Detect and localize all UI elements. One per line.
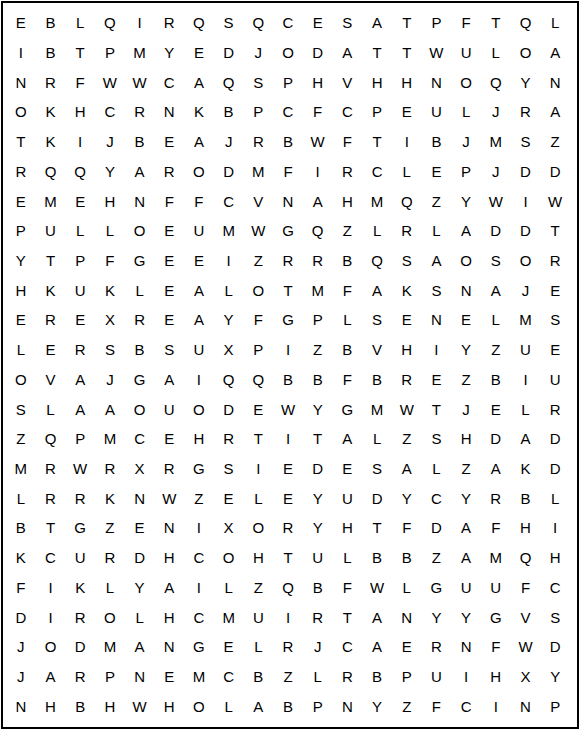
cell-r9c12[interactable]: B [333,246,363,276]
cell-r22c3[interactable]: D [65,632,95,662]
cell-r5c8[interactable]: J [214,127,244,157]
cell-r24c7[interactable]: O [184,691,214,721]
cell-r22c12[interactable]: C [333,632,363,662]
cell-r17c13[interactable]: D [362,483,392,513]
cell-r15c19[interactable]: D [540,424,570,454]
cell-r14c9[interactable]: E [243,394,273,424]
cell-r22c13[interactable]: A [362,632,392,662]
cell-r10c8[interactable]: L [214,275,244,305]
cell-r7c3[interactable]: E [65,186,95,216]
cell-r22c15[interactable]: R [422,632,452,662]
cell-r6c17[interactable]: J [481,157,511,187]
cell-r2c8[interactable]: D [214,38,244,68]
cell-r17c16[interactable]: Y [451,483,481,513]
cell-r15c3[interactable]: P [65,424,95,454]
cell-r20c13[interactable]: W [362,572,392,602]
cell-r16c13[interactable]: S [362,454,392,484]
cell-r8c10[interactable]: G [273,216,303,246]
cell-r18c14[interactable]: F [392,513,422,543]
cell-r8c19[interactable]: T [540,216,570,246]
cell-r10c15[interactable]: S [422,275,452,305]
cell-r13c10[interactable]: B [273,365,303,395]
cell-r10c19[interactable]: E [540,275,570,305]
cell-r23c2[interactable]: A [36,662,66,692]
cell-r20c18[interactable]: F [511,572,541,602]
cell-r4c3[interactable]: H [65,97,95,127]
cell-r2c7[interactable]: E [184,38,214,68]
cell-r6c10[interactable]: F [273,157,303,187]
cell-r11c9[interactable]: F [243,305,273,335]
cell-r18c16[interactable]: A [451,513,481,543]
cell-r13c11[interactable]: B [303,365,333,395]
cell-r8c16[interactable]: A [451,216,481,246]
cell-r11c15[interactable]: N [422,305,452,335]
cell-r15c12[interactable]: A [333,424,363,454]
cell-r10c13[interactable]: A [362,275,392,305]
cell-r12c8[interactable]: X [214,335,244,365]
cell-r24c15[interactable]: F [422,691,452,721]
cell-r24c19[interactable]: P [540,691,570,721]
cell-r8c11[interactable]: Q [303,216,333,246]
cell-r15c10[interactable]: I [273,424,303,454]
cell-r22c7[interactable]: G [184,632,214,662]
cell-r22c14[interactable]: E [392,632,422,662]
cell-r7c12[interactable]: H [333,186,363,216]
cell-r24c11[interactable]: P [303,691,333,721]
cell-r5c18[interactable]: S [511,127,541,157]
cell-r21c6[interactable]: H [154,602,184,632]
cell-r11c8[interactable]: Y [214,305,244,335]
cell-r11c12[interactable]: L [333,305,363,335]
cell-r15c14[interactable]: Z [392,424,422,454]
cell-r2c12[interactable]: A [333,38,363,68]
cell-r19c13[interactable]: B [362,543,392,573]
cell-r13c17[interactable]: B [481,365,511,395]
cell-r16c2[interactable]: R [36,454,66,484]
cell-r16c5[interactable]: X [125,454,155,484]
cell-r1c3[interactable]: L [65,8,95,38]
cell-r10c7[interactable]: A [184,275,214,305]
cell-r15c11[interactable]: T [303,424,333,454]
cell-r14c17[interactable]: E [481,394,511,424]
cell-r11c3[interactable]: E [65,305,95,335]
cell-r1c9[interactable]: Q [243,8,273,38]
cell-r17c15[interactable]: C [422,483,452,513]
cell-r13c19[interactable]: U [540,365,570,395]
cell-r5c1[interactable]: T [6,127,36,157]
cell-r1c5[interactable]: I [125,8,155,38]
cell-r23c13[interactable]: B [362,662,392,692]
cell-r9c1[interactable]: Y [6,246,36,276]
cell-r2c14[interactable]: T [392,38,422,68]
cell-r12c11[interactable]: Z [303,335,333,365]
cell-r10c5[interactable]: L [125,275,155,305]
cell-r20c10[interactable]: Q [273,572,303,602]
cell-r14c6[interactable]: U [154,394,184,424]
cell-r18c13[interactable]: T [362,513,392,543]
cell-r16c8[interactable]: S [214,454,244,484]
cell-r14c19[interactable]: R [540,394,570,424]
cell-r20c7[interactable]: I [184,572,214,602]
cell-r11c14[interactable]: E [392,305,422,335]
cell-r3c9[interactable]: S [243,67,273,97]
cell-r14c10[interactable]: W [273,394,303,424]
cell-r24c14[interactable]: Z [392,691,422,721]
cell-r4c15[interactable]: U [422,97,452,127]
cell-r19c12[interactable]: L [333,543,363,573]
cell-r6c9[interactable]: M [243,157,273,187]
cell-r9c19[interactable]: R [540,246,570,276]
cell-r3c15[interactable]: N [422,67,452,97]
cell-r17c11[interactable]: Y [303,483,333,513]
cell-r1c7[interactable]: Q [184,8,214,38]
cell-r13c14[interactable]: R [392,365,422,395]
cell-r7c17[interactable]: W [481,186,511,216]
cell-r6c11[interactable]: I [303,157,333,187]
cell-r19c10[interactable]: T [273,543,303,573]
cell-r24c12[interactable]: N [333,691,363,721]
cell-r2c11[interactable]: D [303,38,333,68]
cell-r21c1[interactable]: D [6,602,36,632]
cell-r18c19[interactable]: I [540,513,570,543]
cell-r22c16[interactable]: N [451,632,481,662]
cell-r18c8[interactable]: X [214,513,244,543]
cell-r19c9[interactable]: H [243,543,273,573]
cell-r20c8[interactable]: L [214,572,244,602]
cell-r8c2[interactable]: U [36,216,66,246]
cell-r19c16[interactable]: A [451,543,481,573]
cell-r14c4[interactable]: A [95,394,125,424]
cell-r16c16[interactable]: Z [451,454,481,484]
cell-r12c17[interactable]: Z [481,335,511,365]
cell-r23c18[interactable]: X [511,662,541,692]
cell-r12c1[interactable]: L [6,335,36,365]
cell-r6c3[interactable]: Q [65,157,95,187]
cell-r2c16[interactable]: U [451,38,481,68]
cell-r17c18[interactable]: B [511,483,541,513]
cell-r13c6[interactable]: A [154,365,184,395]
cell-r22c18[interactable]: W [511,632,541,662]
cell-r16c6[interactable]: R [154,454,184,484]
cell-r15c6[interactable]: E [154,424,184,454]
cell-r16c4[interactable]: R [95,454,125,484]
cell-r9c7[interactable]: E [184,246,214,276]
cell-r5c5[interactable]: B [125,127,155,157]
cell-r19c1[interactable]: K [6,543,36,573]
cell-r4c6[interactable]: N [154,97,184,127]
cell-r5c13[interactable]: T [362,127,392,157]
cell-r14c13[interactable]: M [362,394,392,424]
cell-r19c6[interactable]: H [154,543,184,573]
cell-r12c15[interactable]: I [422,335,452,365]
cell-r14c14[interactable]: W [392,394,422,424]
cell-r3c1[interactable]: N [6,67,36,97]
cell-r1c16[interactable]: F [451,8,481,38]
cell-r23c3[interactable]: R [65,662,95,692]
cell-r5c17[interactable]: M [481,127,511,157]
cell-r19c4[interactable]: R [95,543,125,573]
cell-r6c18[interactable]: D [511,157,541,187]
cell-r19c2[interactable]: C [36,543,66,573]
cell-r7c2[interactable]: M [36,186,66,216]
cell-r9c2[interactable]: T [36,246,66,276]
cell-r24c17[interactable]: I [481,691,511,721]
cell-r3c16[interactable]: O [451,67,481,97]
cell-r24c18[interactable]: N [511,691,541,721]
cell-r8c17[interactable]: D [481,216,511,246]
cell-r15c9[interactable]: T [243,424,273,454]
cell-r12c5[interactable]: B [125,335,155,365]
cell-r4c12[interactable]: C [333,97,363,127]
cell-r16c9[interactable]: I [243,454,273,484]
cell-r8c4[interactable]: L [95,216,125,246]
cell-r15c5[interactable]: C [125,424,155,454]
cell-r22c2[interactable]: O [36,632,66,662]
cell-r13c1[interactable]: O [6,365,36,395]
cell-r20c1[interactable]: F [6,572,36,602]
cell-r4c8[interactable]: B [214,97,244,127]
cell-r10c17[interactable]: A [481,275,511,305]
cell-r10c3[interactable]: U [65,275,95,305]
cell-r19c18[interactable]: Q [511,543,541,573]
cell-r6c14[interactable]: L [392,157,422,187]
cell-r7c15[interactable]: Z [422,186,452,216]
cell-r21c9[interactable]: U [243,602,273,632]
cell-r10c14[interactable]: K [392,275,422,305]
cell-r1c10[interactable]: C [273,8,303,38]
cell-r3c8[interactable]: Q [214,67,244,97]
cell-r5c4[interactable]: J [95,127,125,157]
cell-r3c19[interactable]: N [540,67,570,97]
cell-r17c7[interactable]: Z [184,483,214,513]
cell-r5c14[interactable]: I [392,127,422,157]
cell-r9c5[interactable]: G [125,246,155,276]
cell-r18c6[interactable]: N [154,513,184,543]
cell-r15c13[interactable]: L [362,424,392,454]
cell-r21c18[interactable]: V [511,602,541,632]
cell-r4c16[interactable]: L [451,97,481,127]
cell-r18c15[interactable]: D [422,513,452,543]
cell-r3c6[interactable]: C [154,67,184,97]
cell-r9c6[interactable]: E [154,246,184,276]
cell-r10c11[interactable]: M [303,275,333,305]
cell-r1c4[interactable]: Q [95,8,125,38]
cell-r13c13[interactable]: B [362,365,392,395]
cell-r4c4[interactable]: C [95,97,125,127]
cell-r23c14[interactable]: P [392,662,422,692]
cell-r3c5[interactable]: W [125,67,155,97]
cell-r2c18[interactable]: O [511,38,541,68]
cell-r23c5[interactable]: N [125,662,155,692]
cell-r8c7[interactable]: U [184,216,214,246]
cell-r17c14[interactable]: Y [392,483,422,513]
cell-r17c8[interactable]: E [214,483,244,513]
cell-r4c17[interactable]: J [481,97,511,127]
cell-r17c1[interactable]: L [6,483,36,513]
cell-r2c2[interactable]: B [36,38,66,68]
cell-r14c8[interactable]: D [214,394,244,424]
cell-r19c15[interactable]: Z [422,543,452,573]
cell-r24c2[interactable]: H [36,691,66,721]
cell-r11c1[interactable]: E [6,305,36,335]
cell-r6c4[interactable]: Y [95,157,125,187]
cell-r15c4[interactable]: M [95,424,125,454]
cell-r7c11[interactable]: A [303,186,333,216]
cell-r17c10[interactable]: E [273,483,303,513]
cell-r10c4[interactable]: K [95,275,125,305]
cell-r13c15[interactable]: E [422,365,452,395]
cell-r3c2[interactable]: R [36,67,66,97]
cell-r10c9[interactable]: O [243,275,273,305]
cell-r14c5[interactable]: O [125,394,155,424]
cell-r13c7[interactable]: I [184,365,214,395]
cell-r6c5[interactable]: A [125,157,155,187]
cell-r13c5[interactable]: G [125,365,155,395]
cell-r24c10[interactable]: B [273,691,303,721]
cell-r9c17[interactable]: S [481,246,511,276]
cell-r12c4[interactable]: S [95,335,125,365]
cell-r4c14[interactable]: E [392,97,422,127]
cell-r16c12[interactable]: E [333,454,363,484]
cell-r6c12[interactable]: R [333,157,363,187]
cell-r24c4[interactable]: H [95,691,125,721]
cell-r19c7[interactable]: C [184,543,214,573]
cell-r9c16[interactable]: O [451,246,481,276]
cell-r20c14[interactable]: L [392,572,422,602]
cell-r11c2[interactable]: R [36,305,66,335]
cell-r23c9[interactable]: B [243,662,273,692]
cell-r15c18[interactable]: A [511,424,541,454]
cell-r20c19[interactable]: C [540,572,570,602]
cell-r15c7[interactable]: H [184,424,214,454]
cell-r22c8[interactable]: E [214,632,244,662]
cell-r11c7[interactable]: A [184,305,214,335]
cell-r24c13[interactable]: Y [362,691,392,721]
cell-r8c5[interactable]: O [125,216,155,246]
cell-r22c19[interactable]: D [540,632,570,662]
cell-r3c10[interactable]: P [273,67,303,97]
cell-r7c1[interactable]: E [6,186,36,216]
cell-r7c18[interactable]: I [511,186,541,216]
cell-r10c1[interactable]: H [6,275,36,305]
cell-r4c10[interactable]: C [273,97,303,127]
cell-r7c4[interactable]: H [95,186,125,216]
cell-r7c7[interactable]: F [184,186,214,216]
cell-r8c15[interactable]: L [422,216,452,246]
cell-r8c12[interactable]: Z [333,216,363,246]
cell-r21c8[interactable]: M [214,602,244,632]
cell-r9c3[interactable]: P [65,246,95,276]
cell-r10c18[interactable]: J [511,275,541,305]
cell-r22c9[interactable]: L [243,632,273,662]
cell-r6c15[interactable]: E [422,157,452,187]
cell-r1c14[interactable]: T [392,8,422,38]
cell-r19c19[interactable]: H [540,543,570,573]
cell-r8c18[interactable]: D [511,216,541,246]
cell-r12c3[interactable]: R [65,335,95,365]
cell-r24c5[interactable]: W [125,691,155,721]
cell-r9c4[interactable]: F [95,246,125,276]
cell-r6c13[interactable]: C [362,157,392,187]
cell-r10c10[interactable]: T [273,275,303,305]
cell-r13c8[interactable]: Q [214,365,244,395]
cell-r24c6[interactable]: H [154,691,184,721]
cell-r14c1[interactable]: S [6,394,36,424]
cell-r8c8[interactable]: M [214,216,244,246]
cell-r3c7[interactable]: A [184,67,214,97]
cell-r12c6[interactable]: S [154,335,184,365]
cell-r22c6[interactable]: N [154,632,184,662]
cell-r15c2[interactable]: Q [36,424,66,454]
cell-r20c2[interactable]: I [36,572,66,602]
cell-r2c1[interactable]: I [6,38,36,68]
cell-r9c13[interactable]: Q [362,246,392,276]
cell-r8c14[interactable]: R [392,216,422,246]
cell-r8c1[interactable]: P [6,216,36,246]
cell-r14c15[interactable]: T [422,394,452,424]
cell-r3c11[interactable]: H [303,67,333,97]
cell-r8c6[interactable]: E [154,216,184,246]
cell-r19c14[interactable]: B [392,543,422,573]
cell-r24c1[interactable]: N [6,691,36,721]
cell-r14c18[interactable]: L [511,394,541,424]
cell-r2c15[interactable]: W [422,38,452,68]
cell-r16c7[interactable]: G [184,454,214,484]
cell-r21c15[interactable]: Y [422,602,452,632]
cell-r10c12[interactable]: F [333,275,363,305]
cell-r7c16[interactable]: Y [451,186,481,216]
cell-r8c9[interactable]: W [243,216,273,246]
cell-r3c3[interactable]: F [65,67,95,97]
cell-r21c11[interactable]: R [303,602,333,632]
cell-r22c4[interactable]: M [95,632,125,662]
cell-r19c5[interactable]: D [125,543,155,573]
cell-r5c6[interactable]: E [154,127,184,157]
cell-r2c6[interactable]: Y [154,38,184,68]
cell-r10c6[interactable]: E [154,275,184,305]
cell-r17c4[interactable]: K [95,483,125,513]
cell-r2c17[interactable]: L [481,38,511,68]
cell-r4c19[interactable]: A [540,97,570,127]
cell-r20c17[interactable]: U [481,572,511,602]
cell-r5c11[interactable]: W [303,127,333,157]
cell-r17c9[interactable]: L [243,483,273,513]
cell-r14c7[interactable]: O [184,394,214,424]
cell-r6c16[interactable]: P [451,157,481,187]
cell-r18c10[interactable]: R [273,513,303,543]
cell-r2c9[interactable]: J [243,38,273,68]
cell-r7c14[interactable]: Q [392,186,422,216]
cell-r8c3[interactable]: L [65,216,95,246]
cell-r22c5[interactable]: A [125,632,155,662]
cell-r11c5[interactable]: R [125,305,155,335]
cell-r4c11[interactable]: F [303,97,333,127]
cell-r4c5[interactable]: R [125,97,155,127]
cell-r1c19[interactable]: L [540,8,570,38]
cell-r12c12[interactable]: B [333,335,363,365]
cell-r11c11[interactable]: P [303,305,333,335]
cell-r7c8[interactable]: C [214,186,244,216]
cell-r12c18[interactable]: U [511,335,541,365]
cell-r11c10[interactable]: G [273,305,303,335]
cell-r2c5[interactable]: M [125,38,155,68]
cell-r23c12[interactable]: R [333,662,363,692]
cell-r7c9[interactable]: V [243,186,273,216]
cell-r21c19[interactable]: S [540,602,570,632]
cell-r17c19[interactable]: L [540,483,570,513]
cell-r14c3[interactable]: A [65,394,95,424]
cell-r4c2[interactable]: K [36,97,66,127]
